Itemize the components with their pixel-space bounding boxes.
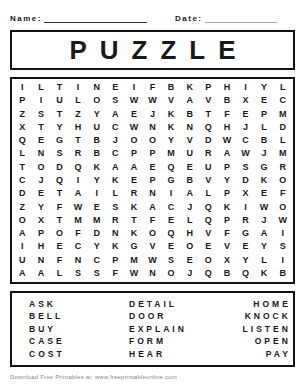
grid-cell[interactable]: F	[106, 267, 125, 280]
grid-cell[interactable]: K	[180, 81, 199, 94]
grid-cell[interactable]: S	[273, 240, 292, 253]
grid-cell[interactable]: Y	[236, 253, 255, 266]
word-item: CASE	[29, 337, 65, 346]
grid-cell[interactable]: H	[218, 121, 237, 134]
grid-cell[interactable]: O	[13, 214, 32, 227]
grid-cell[interactable]: I	[125, 81, 144, 94]
grid-cell[interactable]: M	[162, 147, 181, 160]
grid-cell[interactable]: O	[199, 253, 218, 266]
footer-credit: Download Free Printables at: www.freepri…	[10, 374, 177, 380]
word-item: LISTEN	[243, 325, 291, 334]
title-box: PUZZLE	[10, 30, 295, 70]
grid-cell[interactable]: A	[143, 200, 162, 213]
grid-cell[interactable]: A	[106, 108, 125, 121]
grid-cell[interactable]: G	[236, 227, 255, 240]
grid-cell[interactable]: U	[180, 147, 199, 160]
grid-cell[interactable]: Z	[13, 108, 32, 121]
grid-cell[interactable]: I	[69, 81, 88, 94]
word-item: FORM	[129, 337, 166, 346]
grid-cell[interactable]: Y	[87, 240, 106, 253]
grid-cell[interactable]: O	[162, 267, 181, 280]
grid-cell[interactable]: J	[180, 200, 199, 213]
grid-cell[interactable]: E	[32, 134, 51, 147]
grid-cell[interactable]: V	[162, 94, 181, 107]
word-item: DETAIL	[129, 300, 177, 309]
grid-cell[interactable]: E	[236, 240, 255, 253]
grid-cell[interactable]: D	[13, 187, 32, 200]
grid-cell[interactable]: Y	[50, 121, 69, 134]
grid-cell[interactable]: V	[199, 227, 218, 240]
grid-cell[interactable]: M	[87, 214, 106, 227]
grid-cell[interactable]: C	[69, 240, 88, 253]
grid-cell[interactable]: B	[180, 174, 199, 187]
grid-cell[interactable]: D	[199, 134, 218, 147]
grid-cell[interactable]: R	[236, 214, 255, 227]
grid-cell[interactable]: J	[180, 267, 199, 280]
word-item: OPEN	[255, 337, 291, 346]
grid-cell[interactable]: E	[180, 253, 199, 266]
grid-cell[interactable]: Q	[236, 267, 255, 280]
date-field-group: Date:	[175, 13, 277, 23]
grid-cell[interactable]: K	[218, 200, 237, 213]
grid-cell[interactable]: L	[69, 94, 88, 107]
word-item: COST	[29, 350, 65, 359]
grid-cell[interactable]: P	[199, 81, 218, 94]
grid-cell[interactable]: P	[143, 147, 162, 160]
grid-cell[interactable]: K	[255, 174, 274, 187]
grid-cell[interactable]: T	[50, 187, 69, 200]
grid-cell[interactable]: W	[125, 94, 144, 107]
word-list-column: ASKBELLBUYCASECOST	[29, 298, 125, 360]
word-item: EXPLAIN	[129, 325, 187, 334]
word-item: ASK	[29, 300, 56, 309]
grid-cell[interactable]: U	[13, 253, 32, 266]
grid-cell[interactable]: Q	[13, 134, 32, 147]
grid-cell[interactable]: J	[143, 108, 162, 121]
word-list-column: DETAILDOOREXPLAINFORMHEAR	[125, 298, 187, 360]
grid-cell[interactable]: P	[125, 147, 144, 160]
wordsearch-grid: ILTINEIFBKPHIYLPIULOSWWVAVBXECZSTZYAEJKB…	[10, 77, 295, 284]
grid-cell[interactable]: O	[143, 227, 162, 240]
grid-cell[interactable]: S	[106, 94, 125, 107]
grid-cell[interactable]: N	[143, 121, 162, 134]
grid-cell[interactable]: L	[199, 187, 218, 200]
grid-cell[interactable]: S	[87, 267, 106, 280]
grid-cell[interactable]: W	[69, 200, 88, 213]
grid-cell[interactable]: Q	[199, 214, 218, 227]
grid-cell[interactable]: S	[69, 267, 88, 280]
grid-cell[interactable]: F	[218, 227, 237, 240]
grid-cell[interactable]: P	[218, 187, 237, 200]
grid-cell[interactable]: Q	[50, 174, 69, 187]
grid-cell[interactable]: W	[218, 134, 237, 147]
grid-cell[interactable]: O	[180, 240, 199, 253]
grid-cell[interactable]: A	[125, 161, 144, 174]
grid-cell[interactable]: Y	[255, 240, 274, 253]
grid-cell[interactable]: Q	[162, 227, 181, 240]
grid-cell[interactable]: Q	[69, 161, 88, 174]
grid-cell[interactable]: L	[273, 81, 292, 94]
grid-cell[interactable]: P	[106, 253, 125, 266]
grid-cell[interactable]: K	[162, 121, 181, 134]
grid-cell[interactable]: E	[143, 161, 162, 174]
grid-cell[interactable]: M	[125, 253, 144, 266]
grid-cell[interactable]: F	[218, 108, 237, 121]
grid-cell[interactable]: P	[13, 94, 32, 107]
grid-cell[interactable]: W	[273, 214, 292, 227]
grid-cell[interactable]: T	[50, 81, 69, 94]
grid-cell[interactable]: G	[162, 174, 181, 187]
grid-cell[interactable]: L	[255, 253, 274, 266]
worksheet-page: Name: Date: PUZZLE ILTINEIFBKPHIYLPIULOS…	[0, 0, 305, 385]
grid-cell[interactable]: W	[125, 267, 144, 280]
grid-cell[interactable]: G	[50, 134, 69, 147]
grid-cell[interactable]: S	[50, 147, 69, 160]
grid-cell[interactable]: L	[273, 134, 292, 147]
grid-cell[interactable]: C	[106, 147, 125, 160]
grid-cell[interactable]: A	[218, 147, 237, 160]
grid-cell[interactable]: X	[236, 187, 255, 200]
grid-cell[interactable]: Y	[87, 174, 106, 187]
grid-cell[interactable]: Q	[199, 121, 218, 134]
word-item: PAY	[266, 350, 291, 359]
grid-cell[interactable]: E	[255, 94, 274, 107]
grid-cell[interactable]: Y	[32, 200, 51, 213]
grid-cell[interactable]: W	[143, 253, 162, 266]
grid-cell[interactable]: K	[125, 227, 144, 240]
grid-cell[interactable]: R	[273, 161, 292, 174]
grid-cell[interactable]: L	[32, 81, 51, 94]
grid-cell[interactable]: S	[162, 253, 181, 266]
grid-cell[interactable]: B	[87, 147, 106, 160]
grid-cell[interactable]: E	[255, 187, 274, 200]
grid-cell[interactable]: E	[50, 240, 69, 253]
grid-cell[interactable]: O	[143, 134, 162, 147]
grid-cell[interactable]: T	[199, 108, 218, 121]
grid-cell[interactable]: E	[87, 200, 106, 213]
grid-cell[interactable]: K	[106, 240, 125, 253]
grid-cell[interactable]: H	[32, 240, 51, 253]
grid-cell[interactable]: L	[106, 187, 125, 200]
grid-cell[interactable]: R	[125, 187, 144, 200]
grid-cell[interactable]: Z	[13, 200, 32, 213]
grid-cell[interactable]: J	[236, 121, 255, 134]
grid-cell[interactable]: F	[143, 81, 162, 94]
grid-cell[interactable]: H	[180, 227, 199, 240]
word-list-column: HOMEKNOCKLISTENOPENPAY	[187, 298, 291, 360]
grid-cell[interactable]: T	[32, 121, 51, 134]
grid-cell[interactable]: T	[50, 108, 69, 121]
grid-cell[interactable]: G	[255, 161, 274, 174]
word-item: HEAR	[129, 350, 165, 359]
grid-cell[interactable]: K	[162, 108, 181, 121]
grid-cell[interactable]: H	[218, 81, 237, 94]
grid-cell[interactable]: B	[162, 81, 181, 94]
grid-cell[interactable]: A	[13, 267, 32, 280]
grid-cell[interactable]: W	[125, 121, 144, 134]
grid-cell[interactable]: U	[50, 94, 69, 107]
grid-cell[interactable]: I	[162, 187, 181, 200]
grid-cell[interactable]: J	[255, 147, 274, 160]
grid-cell[interactable]: T	[69, 134, 88, 147]
word-list: ASKBELLBUYCASECOSTDETAILDOOREXPLAINFORMH…	[10, 291, 295, 367]
grid-cell[interactable]: W	[255, 200, 274, 213]
grid-cell[interactable]: D	[87, 227, 106, 240]
grid-cell[interactable]: Y	[218, 174, 237, 187]
grid-cell[interactable]: D	[50, 161, 69, 174]
grid-cell[interactable]: Y	[162, 134, 181, 147]
grid-cell[interactable]: V	[143, 240, 162, 253]
grid-cell[interactable]: R	[199, 147, 218, 160]
grid-cell[interactable]: A	[32, 267, 51, 280]
grid-cell[interactable]: H	[69, 121, 88, 134]
grid-cell[interactable]: I	[87, 187, 106, 200]
grid-cell[interactable]: T	[50, 214, 69, 227]
grid-cell[interactable]: R	[69, 147, 88, 160]
grid-cell[interactable]: C	[162, 200, 181, 213]
page-title: PUZZLE	[56, 35, 248, 66]
grid-cell[interactable]: L	[180, 214, 199, 227]
grid-cell[interactable]: M	[273, 108, 292, 121]
grid-cell[interactable]: F	[273, 187, 292, 200]
grid-cell[interactable]: E	[236, 108, 255, 121]
date-fill-in-line[interactable]	[205, 13, 277, 23]
grid-cell[interactable]: Q	[162, 161, 181, 174]
grid-cell[interactable]: V	[218, 240, 237, 253]
grid-cell[interactable]: N	[106, 227, 125, 240]
grid-cell[interactable]: A	[180, 94, 199, 107]
grid-cell[interactable]: A	[180, 187, 199, 200]
grid-cell[interactable]: K	[87, 161, 106, 174]
grid-cell[interactable]: P	[143, 174, 162, 187]
grid-cell[interactable]: S	[32, 108, 51, 121]
grid-cell[interactable]: I	[273, 227, 292, 240]
grid-cell[interactable]: F	[69, 227, 88, 240]
grid-cell[interactable]: I	[236, 200, 255, 213]
grid-cell[interactable]: E	[32, 187, 51, 200]
header: Name: Date:	[10, 13, 295, 27]
grid-cell[interactable]: N	[180, 121, 199, 134]
grid-cell[interactable]: V	[199, 174, 218, 187]
grid-cell[interactable]: A	[13, 227, 32, 240]
grid-cell[interactable]: I	[236, 81, 255, 94]
grid-cell[interactable]: S	[236, 161, 255, 174]
grid-cell[interactable]: X	[13, 121, 32, 134]
grid-cell[interactable]: B	[218, 267, 237, 280]
grid-cell[interactable]: I	[13, 240, 32, 253]
grid-cell[interactable]: O	[87, 94, 106, 107]
grid-cell[interactable]: C	[273, 94, 292, 107]
grid-cell[interactable]: K	[125, 200, 144, 213]
grid-cell[interactable]: G	[125, 240, 144, 253]
grid-cell[interactable]: I	[32, 94, 51, 107]
name-fill-in-line[interactable]	[44, 13, 147, 23]
grid-cell[interactable]: N	[143, 187, 162, 200]
grid-cell[interactable]: R	[106, 214, 125, 227]
grid-cell[interactable]: E	[125, 108, 144, 121]
grid-cell[interactable]: V	[180, 134, 199, 147]
grid-cell[interactable]: F	[50, 200, 69, 213]
grid-cell[interactable]: P	[255, 108, 274, 121]
grid-cell[interactable]: B	[273, 267, 292, 280]
grid-cell[interactable]: N	[32, 147, 51, 160]
grid-cell[interactable]: X	[218, 253, 237, 266]
grid-cell[interactable]: Z	[69, 108, 88, 121]
grid-cell[interactable]: F	[143, 214, 162, 227]
word-item: KNOCK	[245, 312, 291, 321]
date-label: Date:	[175, 14, 203, 23]
name-label: Name:	[10, 14, 42, 23]
grid-cell[interactable]: F	[50, 253, 69, 266]
grid-cell[interactable]: X	[236, 94, 255, 107]
grid-cell[interactable]: S	[106, 200, 125, 213]
grid-cell[interactable]: I	[273, 253, 292, 266]
grid-cell[interactable]: E	[180, 161, 199, 174]
grid-cell[interactable]: I	[69, 174, 88, 187]
grid-cell[interactable]: C	[87, 253, 106, 266]
grid-cell[interactable]: P	[218, 161, 237, 174]
grid-cell[interactable]: J	[255, 214, 274, 227]
grid-cell[interactable]: C	[236, 134, 255, 147]
grid-cell[interactable]: O	[273, 174, 292, 187]
grid-cell[interactable]: A	[255, 227, 274, 240]
grid-cell[interactable]: L	[255, 121, 274, 134]
grid-cell[interactable]: Y	[255, 81, 274, 94]
grid-cell[interactable]: O	[125, 134, 144, 147]
grid-cell[interactable]: Q	[199, 200, 218, 213]
grid-cell[interactable]: E	[199, 240, 218, 253]
grid-cell[interactable]: L	[13, 147, 32, 160]
grid-cell[interactable]: T	[125, 214, 144, 227]
grid-cell[interactable]: N	[69, 253, 88, 266]
grid-cell[interactable]: Q	[199, 267, 218, 280]
grid-cell[interactable]: O	[273, 200, 292, 213]
grid-cell[interactable]: W	[236, 147, 255, 160]
grid-cell[interactable]: L	[50, 267, 69, 280]
grid-cell[interactable]: B	[87, 134, 106, 147]
grid-cell[interactable]: E	[125, 174, 144, 187]
grid-cell[interactable]: P	[218, 214, 237, 227]
grid-cell[interactable]: J	[32, 174, 51, 187]
grid-cell[interactable]: B	[218, 94, 237, 107]
grid-cell[interactable]: E	[162, 214, 181, 227]
grid-cell[interactable]: C	[106, 121, 125, 134]
grid-cell[interactable]: A	[106, 161, 125, 174]
word-item: DOOR	[129, 312, 167, 321]
grid-cell[interactable]: U	[199, 161, 218, 174]
grid-cell[interactable]: N	[87, 81, 106, 94]
grid-cell[interactable]: B	[255, 134, 274, 147]
grid-cell[interactable]: D	[236, 174, 255, 187]
word-item: BELL	[29, 312, 63, 321]
grid-cell[interactable]: Y	[87, 108, 106, 121]
grid-cell[interactable]: E	[106, 81, 125, 94]
grid-cell[interactable]: M	[273, 147, 292, 160]
name-field-group: Name:	[10, 13, 147, 23]
grid-cell[interactable]: C	[13, 174, 32, 187]
word-item: HOME	[253, 300, 291, 309]
grid-cell[interactable]: W	[143, 94, 162, 107]
grid-cell[interactable]: B	[180, 108, 199, 121]
grid-cell[interactable]: N	[143, 267, 162, 280]
grid-cell[interactable]: E	[162, 240, 181, 253]
grid-cell[interactable]: O	[50, 227, 69, 240]
grid-cell[interactable]: U	[87, 121, 106, 134]
word-item: BUY	[29, 325, 56, 334]
grid-cell[interactable]: O	[32, 161, 51, 174]
grid-cell[interactable]: N	[32, 253, 51, 266]
grid-cell[interactable]: M	[69, 214, 88, 227]
grid-cell[interactable]: J	[106, 134, 125, 147]
grid-cell[interactable]: X	[32, 214, 51, 227]
grid-cell[interactable]: I	[13, 81, 32, 94]
grid-cell[interactable]: K	[255, 267, 274, 280]
grid-cell[interactable]: A	[69, 187, 88, 200]
grid-cell[interactable]: K	[106, 174, 125, 187]
grid-cell[interactable]: D	[273, 121, 292, 134]
grid-cell[interactable]: P	[32, 227, 51, 240]
grid-cell[interactable]: V	[199, 94, 218, 107]
grid-cell[interactable]: T	[13, 161, 32, 174]
